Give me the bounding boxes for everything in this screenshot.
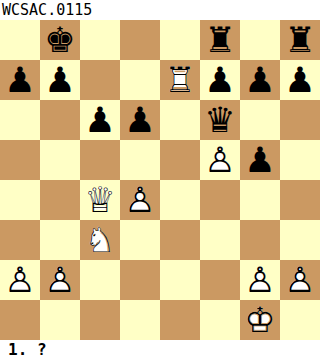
square-a2[interactable]: ♟♙ — [0, 260, 40, 300]
piece-fill: ♟ — [0, 60, 40, 100]
piece-outline: ♔ — [240, 300, 280, 340]
square-g1[interactable]: ♚♔ — [240, 300, 280, 340]
chess-board: ♚♜♜♟♟♜♖♟♟♟♟♟♛♟♙♟♛♕♟♙♞♘♟♙♟♙♟♙♟♙♚♔ — [0, 20, 320, 340]
square-f2[interactable] — [200, 260, 240, 300]
square-g5[interactable]: ♟ — [240, 140, 280, 180]
square-e2[interactable] — [160, 260, 200, 300]
square-c6[interactable]: ♟ — [80, 100, 120, 140]
square-b8[interactable]: ♚ — [40, 20, 80, 60]
square-g2[interactable]: ♟♙ — [240, 260, 280, 300]
square-f5[interactable]: ♟♙ — [200, 140, 240, 180]
black-pawn: ♟ — [0, 60, 40, 100]
black-pawn: ♟ — [120, 100, 160, 140]
white-pawn: ♟♙ — [280, 260, 320, 300]
square-b7[interactable]: ♟ — [40, 60, 80, 100]
white-king: ♚♔ — [240, 300, 280, 340]
square-h2[interactable]: ♟♙ — [280, 260, 320, 300]
piece-outline: ♙ — [280, 260, 320, 300]
white-rook: ♜♖ — [160, 60, 200, 100]
square-d2[interactable] — [120, 260, 160, 300]
square-a6[interactable] — [0, 100, 40, 140]
square-g6[interactable] — [240, 100, 280, 140]
square-f6[interactable]: ♛ — [200, 100, 240, 140]
piece-outline: ♘ — [80, 220, 120, 260]
square-e4[interactable] — [160, 180, 200, 220]
white-pawn: ♟♙ — [120, 180, 160, 220]
square-d4[interactable]: ♟♙ — [120, 180, 160, 220]
square-c4[interactable]: ♛♕ — [80, 180, 120, 220]
piece-fill: ♟ — [40, 60, 80, 100]
square-c3[interactable]: ♞♘ — [80, 220, 120, 260]
white-pawn: ♟♙ — [0, 260, 40, 300]
square-c2[interactable] — [80, 260, 120, 300]
black-rook: ♜ — [200, 20, 240, 60]
piece-fill: ♟ — [200, 60, 240, 100]
white-queen: ♛♕ — [80, 180, 120, 220]
square-c1[interactable] — [80, 300, 120, 340]
piece-fill: ♜ — [200, 20, 240, 60]
square-f3[interactable] — [200, 220, 240, 260]
square-a3[interactable] — [0, 220, 40, 260]
square-e6[interactable] — [160, 100, 200, 140]
square-d6[interactable]: ♟ — [120, 100, 160, 140]
square-a7[interactable]: ♟ — [0, 60, 40, 100]
piece-fill: ♟ — [120, 100, 160, 140]
square-g7[interactable]: ♟ — [240, 60, 280, 100]
white-pawn: ♟♙ — [40, 260, 80, 300]
square-e5[interactable] — [160, 140, 200, 180]
square-f4[interactable] — [200, 180, 240, 220]
piece-fill: ♜ — [280, 20, 320, 60]
square-f8[interactable]: ♜ — [200, 20, 240, 60]
square-a5[interactable] — [0, 140, 40, 180]
white-pawn: ♟♙ — [200, 140, 240, 180]
square-e1[interactable] — [160, 300, 200, 340]
square-g8[interactable] — [240, 20, 280, 60]
piece-outline: ♙ — [240, 260, 280, 300]
square-b4[interactable] — [40, 180, 80, 220]
square-d7[interactable] — [120, 60, 160, 100]
square-c8[interactable] — [80, 20, 120, 60]
piece-outline: ♙ — [120, 180, 160, 220]
white-knight: ♞♘ — [80, 220, 120, 260]
square-c5[interactable] — [80, 140, 120, 180]
square-f1[interactable] — [200, 300, 240, 340]
black-king: ♚ — [40, 20, 80, 60]
square-h1[interactable] — [280, 300, 320, 340]
square-f7[interactable]: ♟ — [200, 60, 240, 100]
black-pawn: ♟ — [280, 60, 320, 100]
square-a8[interactable] — [0, 20, 40, 60]
black-pawn: ♟ — [40, 60, 80, 100]
square-e3[interactable] — [160, 220, 200, 260]
piece-fill: ♟ — [240, 60, 280, 100]
black-pawn: ♟ — [80, 100, 120, 140]
square-g3[interactable] — [240, 220, 280, 260]
piece-outline: ♙ — [40, 260, 80, 300]
square-a4[interactable] — [0, 180, 40, 220]
square-d1[interactable] — [120, 300, 160, 340]
piece-outline: ♙ — [200, 140, 240, 180]
square-d8[interactable] — [120, 20, 160, 60]
black-pawn: ♟ — [200, 60, 240, 100]
square-h4[interactable] — [280, 180, 320, 220]
square-b6[interactable] — [40, 100, 80, 140]
black-pawn: ♟ — [240, 140, 280, 180]
diagram-title: WCSAC.0115 — [0, 0, 320, 20]
square-b2[interactable]: ♟♙ — [40, 260, 80, 300]
square-d5[interactable] — [120, 140, 160, 180]
square-b1[interactable] — [40, 300, 80, 340]
square-h7[interactable]: ♟ — [280, 60, 320, 100]
square-g4[interactable] — [240, 180, 280, 220]
piece-fill: ♟ — [80, 100, 120, 140]
piece-fill: ♟ — [240, 140, 280, 180]
square-c7[interactable] — [80, 60, 120, 100]
square-e7[interactable]: ♜♖ — [160, 60, 200, 100]
square-b3[interactable] — [40, 220, 80, 260]
piece-fill: ♛ — [200, 100, 240, 140]
piece-fill: ♚ — [40, 20, 80, 60]
piece-fill: ♟ — [280, 60, 320, 100]
black-queen: ♛ — [200, 100, 240, 140]
piece-outline: ♕ — [80, 180, 120, 220]
square-h5[interactable] — [280, 140, 320, 180]
square-h8[interactable]: ♜ — [280, 20, 320, 60]
square-b5[interactable] — [40, 140, 80, 180]
black-pawn: ♟ — [240, 60, 280, 100]
square-e8[interactable] — [160, 20, 200, 60]
black-rook: ♜ — [280, 20, 320, 60]
square-a1[interactable] — [0, 300, 40, 340]
move-prompt: 1. ? — [0, 340, 320, 360]
square-h3[interactable] — [280, 220, 320, 260]
square-h6[interactable] — [280, 100, 320, 140]
piece-outline: ♖ — [160, 60, 200, 100]
white-pawn: ♟♙ — [240, 260, 280, 300]
square-d3[interactable] — [120, 220, 160, 260]
piece-outline: ♙ — [0, 260, 40, 300]
